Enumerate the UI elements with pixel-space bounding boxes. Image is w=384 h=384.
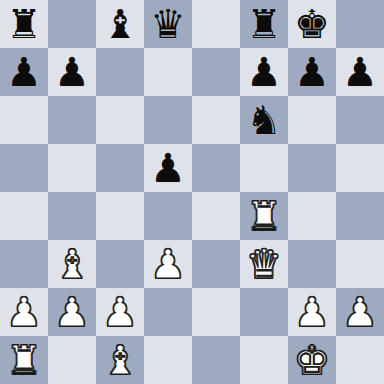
piece-white-king[interactable]: ♚ <box>294 336 330 384</box>
square-d7[interactable] <box>144 48 192 96</box>
square-c6[interactable] <box>96 96 144 144</box>
piece-white-bishop[interactable]: ♝ <box>102 336 138 384</box>
square-b3[interactable]: ♝ <box>48 240 96 288</box>
square-c5[interactable] <box>96 144 144 192</box>
piece-black-pawn[interactable]: ♟ <box>54 48 90 96</box>
square-h2[interactable]: ♟ <box>336 288 384 336</box>
piece-white-pawn[interactable]: ♟ <box>6 288 42 336</box>
square-g8[interactable]: ♚ <box>288 0 336 48</box>
piece-black-king[interactable]: ♚ <box>294 0 330 48</box>
square-d2[interactable] <box>144 288 192 336</box>
square-e2[interactable] <box>192 288 240 336</box>
piece-black-pawn[interactable]: ♟ <box>246 48 282 96</box>
square-f4[interactable]: ♜ <box>240 192 288 240</box>
square-b6[interactable] <box>48 96 96 144</box>
square-d1[interactable] <box>144 336 192 384</box>
square-c2[interactable]: ♟ <box>96 288 144 336</box>
square-e5[interactable] <box>192 144 240 192</box>
square-b1[interactable] <box>48 336 96 384</box>
square-g2[interactable]: ♟ <box>288 288 336 336</box>
piece-white-bishop[interactable]: ♝ <box>54 240 90 288</box>
square-c4[interactable] <box>96 192 144 240</box>
square-d6[interactable] <box>144 96 192 144</box>
piece-white-pawn[interactable]: ♟ <box>150 240 186 288</box>
square-d8[interactable]: ♛ <box>144 0 192 48</box>
square-h8[interactable] <box>336 0 384 48</box>
square-b2[interactable]: ♟ <box>48 288 96 336</box>
square-d5[interactable]: ♟ <box>144 144 192 192</box>
square-a8[interactable]: ♜ <box>0 0 48 48</box>
square-e3[interactable] <box>192 240 240 288</box>
square-g1[interactable]: ♚ <box>288 336 336 384</box>
square-c7[interactable] <box>96 48 144 96</box>
piece-black-pawn[interactable]: ♟ <box>342 48 378 96</box>
square-c8[interactable]: ♝ <box>96 0 144 48</box>
piece-black-pawn[interactable]: ♟ <box>294 48 330 96</box>
square-b8[interactable] <box>48 0 96 48</box>
square-h3[interactable] <box>336 240 384 288</box>
square-h5[interactable] <box>336 144 384 192</box>
square-h4[interactable] <box>336 192 384 240</box>
square-a4[interactable] <box>0 192 48 240</box>
square-e4[interactable] <box>192 192 240 240</box>
piece-white-rook[interactable]: ♜ <box>6 336 42 384</box>
square-d3[interactable]: ♟ <box>144 240 192 288</box>
piece-black-queen[interactable]: ♛ <box>150 0 186 48</box>
square-b4[interactable] <box>48 192 96 240</box>
square-f1[interactable] <box>240 336 288 384</box>
piece-black-pawn[interactable]: ♟ <box>150 144 186 192</box>
square-b7[interactable]: ♟ <box>48 48 96 96</box>
square-h1[interactable] <box>336 336 384 384</box>
piece-white-pawn[interactable]: ♟ <box>102 288 138 336</box>
piece-black-rook[interactable]: ♜ <box>6 0 42 48</box>
square-a3[interactable] <box>0 240 48 288</box>
piece-white-rook[interactable]: ♜ <box>246 192 282 240</box>
square-f5[interactable] <box>240 144 288 192</box>
square-c3[interactable] <box>96 240 144 288</box>
piece-black-bishop[interactable]: ♝ <box>102 0 138 48</box>
square-c1[interactable]: ♝ <box>96 336 144 384</box>
square-g7[interactable]: ♟ <box>288 48 336 96</box>
piece-black-knight[interactable]: ♞ <box>246 96 282 144</box>
square-e6[interactable] <box>192 96 240 144</box>
square-f6[interactable]: ♞ <box>240 96 288 144</box>
square-d4[interactable] <box>144 192 192 240</box>
square-a6[interactable] <box>0 96 48 144</box>
square-b5[interactable] <box>48 144 96 192</box>
square-f8[interactable]: ♜ <box>240 0 288 48</box>
square-f2[interactable] <box>240 288 288 336</box>
square-g6[interactable] <box>288 96 336 144</box>
square-a2[interactable]: ♟ <box>0 288 48 336</box>
square-h7[interactable]: ♟ <box>336 48 384 96</box>
square-e7[interactable] <box>192 48 240 96</box>
square-f7[interactable]: ♟ <box>240 48 288 96</box>
piece-black-pawn[interactable]: ♟ <box>6 48 42 96</box>
square-a7[interactable]: ♟ <box>0 48 48 96</box>
square-h6[interactable] <box>336 96 384 144</box>
piece-white-queen[interactable]: ♛ <box>246 240 282 288</box>
piece-white-pawn[interactable]: ♟ <box>54 288 90 336</box>
chess-board: ♜♝♛♜♚♟♟♟♟♟♞♟♜♝♟♛♟♟♟♟♟♜♝♚ <box>0 0 384 384</box>
square-g3[interactable] <box>288 240 336 288</box>
piece-white-pawn[interactable]: ♟ <box>294 288 330 336</box>
square-g5[interactable] <box>288 144 336 192</box>
square-a1[interactable]: ♜ <box>0 336 48 384</box>
square-g4[interactable] <box>288 192 336 240</box>
square-f3[interactable]: ♛ <box>240 240 288 288</box>
piece-white-pawn[interactable]: ♟ <box>342 288 378 336</box>
piece-black-rook[interactable]: ♜ <box>246 0 282 48</box>
square-e1[interactable] <box>192 336 240 384</box>
square-a5[interactable] <box>0 144 48 192</box>
square-e8[interactable] <box>192 0 240 48</box>
